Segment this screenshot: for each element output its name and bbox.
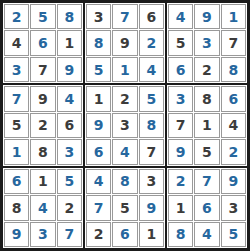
cell-r9c8[interactable]: 4 [194,222,219,247]
cell-r6c5[interactable]: 4 [112,139,137,164]
cell-r9c4[interactable]: 2 [86,222,111,247]
cell-r4c1[interactable]: 7 [4,86,29,111]
cell-r9c6[interactable]: 1 [139,222,164,247]
cell-r9c7[interactable]: 8 [168,222,193,247]
cell-r3c8[interactable]: 2 [194,57,219,82]
cell-r6c3[interactable]: 3 [57,139,82,164]
cell-r3c9[interactable]: 8 [221,57,246,82]
cell-r4c8[interactable]: 8 [194,86,219,111]
cell-r4c7[interactable]: 3 [168,86,193,111]
box-r2c2: 125938647 [84,84,166,166]
cell-r7c1[interactable]: 6 [4,169,29,194]
cell-r2c3[interactable]: 1 [57,30,82,55]
cell-r5c5[interactable]: 3 [112,113,137,138]
cell-r9c9[interactable]: 5 [221,222,246,247]
cell-r9c3[interactable]: 7 [57,222,82,247]
cell-r1c9[interactable]: 1 [221,4,246,29]
box-r3c3: 279163845 [166,167,248,249]
cell-r1c3[interactable]: 8 [57,4,82,29]
cell-r2c8[interactable]: 3 [194,30,219,55]
cell-r2c9[interactable]: 7 [221,30,246,55]
cell-r4c3[interactable]: 4 [57,86,82,111]
cell-r5c3[interactable]: 6 [57,113,82,138]
box-r3c1: 615842937 [2,167,84,249]
cell-r8c9[interactable]: 3 [221,195,246,220]
cell-r6c4[interactable]: 6 [86,139,111,164]
cell-r1c1[interactable]: 2 [4,4,29,29]
cell-r9c1[interactable]: 9 [4,222,29,247]
cell-r8c8[interactable]: 6 [194,195,219,220]
cell-r3c7[interactable]: 6 [168,57,193,82]
box-r2c1: 794526183 [2,84,84,166]
cell-r2c6[interactable]: 2 [139,30,164,55]
cell-r2c4[interactable]: 8 [86,30,111,55]
cell-r5c6[interactable]: 8 [139,113,164,138]
box-r3c2: 483759261 [84,167,166,249]
cell-r6c9[interactable]: 2 [221,139,246,164]
cell-r3c2[interactable]: 7 [30,57,55,82]
cell-r1c8[interactable]: 9 [194,4,219,29]
cell-r2c2[interactable]: 6 [30,30,55,55]
cell-r8c1[interactable]: 8 [4,195,29,220]
cell-r5c9[interactable]: 4 [221,113,246,138]
cell-r4c4[interactable]: 1 [86,86,111,111]
cell-r8c4[interactable]: 7 [86,195,111,220]
cell-r2c7[interactable]: 5 [168,30,193,55]
cell-r1c2[interactable]: 5 [30,4,55,29]
cell-r5c7[interactable]: 7 [168,113,193,138]
cell-r3c6[interactable]: 4 [139,57,164,82]
sudoku-board: 2584613793768925144915376287945261831259… [0,0,250,251]
cell-r6c1[interactable]: 1 [4,139,29,164]
cell-r5c1[interactable]: 5 [4,113,29,138]
cell-r8c2[interactable]: 4 [30,195,55,220]
cell-r7c8[interactable]: 7 [194,169,219,194]
cell-r3c4[interactable]: 5 [86,57,111,82]
cell-r7c3[interactable]: 5 [57,169,82,194]
cell-r2c5[interactable]: 9 [112,30,137,55]
cell-r6c8[interactable]: 5 [194,139,219,164]
cell-r4c5[interactable]: 2 [112,86,137,111]
cell-r8c3[interactable]: 2 [57,195,82,220]
cell-r5c8[interactable]: 1 [194,113,219,138]
cell-r6c6[interactable]: 7 [139,139,164,164]
box-r2c3: 386714952 [166,84,248,166]
cell-r4c6[interactable]: 5 [139,86,164,111]
cell-r3c5[interactable]: 1 [112,57,137,82]
cell-r1c5[interactable]: 7 [112,4,137,29]
cell-r3c1[interactable]: 3 [4,57,29,82]
cell-r5c4[interactable]: 9 [86,113,111,138]
box-r1c3: 491537628 [166,2,248,84]
cell-r5c2[interactable]: 2 [30,113,55,138]
cell-r1c4[interactable]: 3 [86,4,111,29]
cell-r8c6[interactable]: 9 [139,195,164,220]
cell-r9c2[interactable]: 3 [30,222,55,247]
box-r1c1: 258461379 [2,2,84,84]
cell-r2c1[interactable]: 4 [4,30,29,55]
cell-r1c6[interactable]: 6 [139,4,164,29]
cell-r8c7[interactable]: 1 [168,195,193,220]
cell-r7c7[interactable]: 2 [168,169,193,194]
box-r1c2: 376892514 [84,2,166,84]
cell-r4c9[interactable]: 6 [221,86,246,111]
cell-r9c5[interactable]: 6 [112,222,137,247]
cell-r7c6[interactable]: 3 [139,169,164,194]
cell-r8c5[interactable]: 5 [112,195,137,220]
cell-r6c2[interactable]: 8 [30,139,55,164]
cell-r7c4[interactable]: 4 [86,169,111,194]
cell-r3c3[interactable]: 9 [57,57,82,82]
cell-r1c7[interactable]: 4 [168,4,193,29]
cell-r7c5[interactable]: 8 [112,169,137,194]
cell-r6c7[interactable]: 9 [168,139,193,164]
cell-r7c2[interactable]: 1 [30,169,55,194]
cell-r7c9[interactable]: 9 [221,169,246,194]
cell-r4c2[interactable]: 9 [30,86,55,111]
